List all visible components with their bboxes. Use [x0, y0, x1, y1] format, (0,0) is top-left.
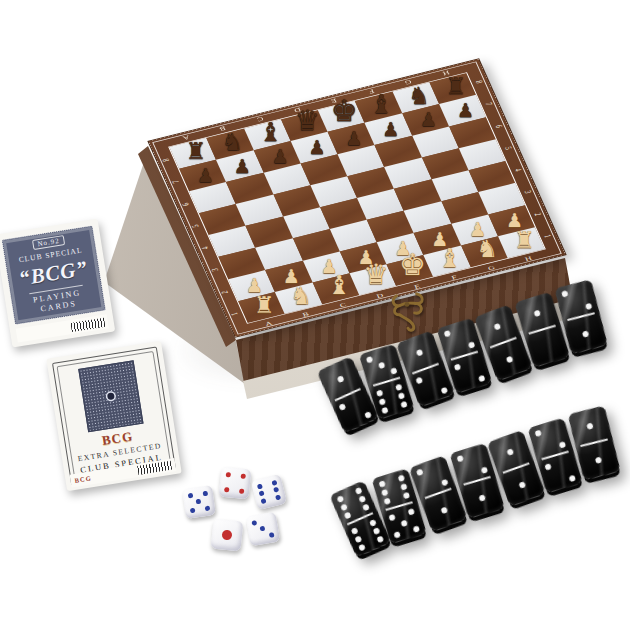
pip [454, 363, 461, 370]
pip [582, 330, 589, 337]
pip [534, 429, 541, 436]
pip [239, 488, 244, 493]
pip [506, 355, 514, 363]
pip [378, 480, 385, 487]
pip [364, 411, 372, 419]
pip [378, 398, 385, 405]
pip [561, 290, 568, 297]
pip [354, 535, 362, 543]
pip [240, 474, 245, 479]
pip [252, 520, 258, 526]
die-face-5 [187, 490, 212, 515]
pip [585, 302, 592, 309]
pip [506, 448, 514, 456]
pip [441, 478, 449, 486]
pip [468, 341, 475, 348]
domino-half [532, 421, 568, 455]
barcode-icon [137, 461, 172, 475]
die-face-6 [256, 479, 283, 506]
pip [493, 322, 501, 330]
pip [257, 484, 263, 490]
pip [222, 530, 233, 541]
domino-half [542, 455, 578, 489]
pip [568, 474, 575, 481]
pip [388, 513, 395, 520]
brass-latch-icon [388, 289, 426, 335]
pip [372, 527, 380, 535]
pip [416, 468, 424, 476]
pip [544, 463, 551, 470]
pip [378, 361, 385, 368]
pip [369, 518, 377, 526]
pip [271, 480, 277, 486]
pip [456, 454, 463, 461]
domino-half [581, 443, 617, 476]
pip [381, 406, 388, 413]
pip [261, 498, 267, 504]
pip [358, 543, 366, 551]
pip [400, 400, 407, 407]
pip [381, 488, 388, 495]
pip [350, 527, 358, 535]
die-3 [251, 474, 287, 510]
pip [190, 507, 196, 513]
pip [586, 422, 593, 429]
pip [416, 348, 424, 356]
pip [395, 383, 402, 390]
domino-half [451, 355, 488, 390]
card-deck-top-panel: No.92 CLUB SPECIAL “BCG” PLAYING CARDS [2, 225, 106, 324]
pip [481, 466, 488, 473]
domino-half [491, 341, 529, 377]
die-face-1 [215, 523, 239, 547]
pip [478, 494, 485, 501]
card-deck-top: No.92 CLUB SPECIAL “BCG” PLAYING CARDS [0, 219, 115, 348]
pip [595, 456, 602, 463]
pip [366, 355, 373, 362]
pip [273, 487, 279, 493]
pip [383, 497, 390, 504]
pip [260, 526, 266, 532]
pip [400, 483, 407, 490]
domino-half [464, 480, 500, 514]
die-face-4 [223, 471, 247, 495]
pip [533, 309, 540, 316]
domino-half [503, 467, 540, 503]
domino-half [568, 317, 604, 351]
die-face-3 [250, 516, 275, 541]
pip [440, 506, 448, 514]
pip [344, 511, 352, 519]
domino-half [529, 329, 566, 364]
domino-half [373, 381, 410, 416]
domino-half [376, 472, 412, 506]
pip [559, 441, 566, 448]
pip [336, 495, 344, 503]
pip [340, 503, 348, 511]
pip [355, 487, 363, 495]
die-2 [219, 467, 252, 500]
pip [393, 531, 400, 538]
domino-half [454, 447, 490, 481]
pip [376, 389, 383, 396]
product-photo: ABCDEFGH8♜♞♝♛♚♝♞♜87♟♟♟♟♟♟♟♟7665544332♟♟♟… [0, 0, 630, 630]
pip [376, 535, 384, 543]
die-1 [182, 485, 216, 519]
pip [338, 403, 346, 411]
barcode-icon [70, 317, 105, 331]
pip [362, 503, 370, 511]
domino-half [572, 409, 608, 442]
pip [440, 386, 448, 394]
deck2-side-brand: BCG [74, 474, 92, 484]
pip [518, 481, 526, 489]
die-4 [211, 519, 244, 552]
pip [478, 374, 485, 381]
domino-half [413, 367, 451, 403]
pip [259, 491, 265, 497]
domino-half [386, 506, 422, 540]
pip [269, 532, 275, 538]
pip [196, 499, 202, 505]
pip [275, 494, 281, 500]
pip [202, 491, 208, 497]
pip [407, 508, 414, 515]
pip [398, 474, 405, 481]
pip [224, 487, 229, 492]
domino-half [425, 492, 462, 528]
card-deck-bottom: BCG EXTRA SELECTED CLUB SPECIAL BCG [46, 341, 182, 491]
pip [415, 376, 423, 384]
pip [337, 375, 345, 383]
pip [358, 495, 366, 503]
domino-half [559, 283, 595, 317]
pip [443, 329, 450, 336]
pip [188, 493, 194, 499]
pip [390, 367, 397, 374]
card-back-pattern [78, 360, 143, 432]
pip [412, 525, 419, 532]
pip [400, 519, 407, 526]
pip [226, 472, 231, 477]
pip [398, 392, 405, 399]
pip [204, 505, 210, 511]
die-5 [246, 512, 281, 547]
pip [403, 491, 410, 498]
